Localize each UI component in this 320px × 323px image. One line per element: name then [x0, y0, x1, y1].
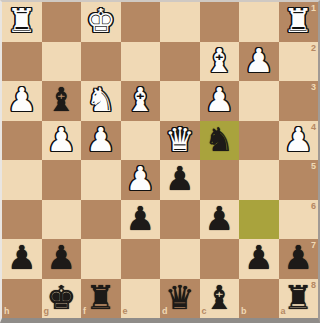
square-d4[interactable]: ♛	[160, 121, 200, 161]
rank-label-5: 5	[311, 162, 316, 171]
square-h1[interactable]: ♜	[2, 2, 42, 42]
square-c1[interactable]	[200, 2, 240, 42]
rank-label-2: 2	[311, 44, 316, 53]
square-f3[interactable]: ♞	[81, 81, 121, 121]
square-g5[interactable]	[42, 160, 82, 200]
square-d2[interactable]	[160, 42, 200, 82]
square-h7[interactable]: ♟	[2, 239, 42, 279]
square-e3[interactable]: ♝	[121, 81, 161, 121]
square-c2[interactable]: ♝	[200, 42, 240, 82]
square-b7[interactable]: ♟	[239, 239, 279, 279]
black-knight[interactable]: ♞	[204, 121, 234, 160]
square-g1[interactable]	[42, 2, 82, 42]
white-pawn[interactable]: ♟	[204, 81, 234, 120]
black-pawn[interactable]: ♟	[7, 239, 37, 278]
square-c4[interactable]: ♞	[200, 121, 240, 161]
square-a2[interactable]: 2	[279, 42, 319, 82]
chess-board: ♜♚1♜♝♟2♟♝♞♝♟3♟♟♛♞4♟♟♟5♟♟6♟♟♟7♟hg♚f♜ed♛c♝…	[2, 2, 318, 318]
square-d1[interactable]	[160, 2, 200, 42]
black-rook[interactable]: ♜	[283, 279, 313, 318]
square-h8[interactable]: h	[2, 279, 42, 319]
square-h3[interactable]: ♟	[2, 81, 42, 121]
square-a4[interactable]: 4♟	[279, 121, 319, 161]
black-bishop[interactable]: ♝	[204, 279, 234, 318]
square-e8[interactable]: e	[121, 279, 161, 319]
square-g8[interactable]: g♚	[42, 279, 82, 319]
square-f8[interactable]: f♜	[81, 279, 121, 319]
white-king[interactable]: ♚	[86, 2, 116, 41]
rank-label-3: 3	[311, 83, 316, 92]
square-d7[interactable]	[160, 239, 200, 279]
square-f2[interactable]	[81, 42, 121, 82]
square-b2[interactable]: ♟	[239, 42, 279, 82]
square-b6[interactable]	[239, 200, 279, 240]
square-d5[interactable]: ♟	[160, 160, 200, 200]
square-b8[interactable]: b	[239, 279, 279, 319]
square-b5[interactable]	[239, 160, 279, 200]
square-e6[interactable]: ♟	[121, 200, 161, 240]
white-bishop[interactable]: ♝	[125, 81, 155, 120]
white-knight[interactable]: ♞	[86, 81, 116, 120]
white-bishop[interactable]: ♝	[204, 42, 234, 81]
square-h6[interactable]	[2, 200, 42, 240]
square-g7[interactable]: ♟	[42, 239, 82, 279]
square-g6[interactable]	[42, 200, 82, 240]
black-pawn[interactable]: ♟	[204, 200, 234, 239]
square-h2[interactable]	[2, 42, 42, 82]
white-pawn[interactable]: ♟	[283, 121, 313, 160]
white-pawn[interactable]: ♟	[7, 81, 37, 120]
square-e2[interactable]	[121, 42, 161, 82]
square-d3[interactable]	[160, 81, 200, 121]
square-a8[interactable]: 8a♜	[279, 279, 319, 319]
square-d6[interactable]	[160, 200, 200, 240]
black-king[interactable]: ♚	[46, 279, 76, 318]
square-d8[interactable]: d♛	[160, 279, 200, 319]
square-h5[interactable]	[2, 160, 42, 200]
square-a6[interactable]: 6	[279, 200, 319, 240]
square-b4[interactable]	[239, 121, 279, 161]
black-pawn[interactable]: ♟	[283, 239, 313, 278]
square-h4[interactable]	[2, 121, 42, 161]
white-pawn[interactable]: ♟	[46, 121, 76, 160]
square-b1[interactable]	[239, 2, 279, 42]
white-pawn[interactable]: ♟	[125, 160, 155, 199]
square-c5[interactable]	[200, 160, 240, 200]
square-c3[interactable]: ♟	[200, 81, 240, 121]
black-queen[interactable]: ♛	[165, 279, 195, 318]
square-g3[interactable]: ♝	[42, 81, 82, 121]
white-queen[interactable]: ♛	[165, 121, 195, 160]
square-c6[interactable]: ♟	[200, 200, 240, 240]
white-rook[interactable]: ♜	[283, 2, 313, 41]
white-pawn[interactable]: ♟	[244, 42, 274, 81]
square-e1[interactable]	[121, 2, 161, 42]
square-f7[interactable]	[81, 239, 121, 279]
square-c8[interactable]: c♝	[200, 279, 240, 319]
white-rook[interactable]: ♜	[7, 2, 37, 41]
black-pawn[interactable]: ♟	[244, 239, 274, 278]
black-rook[interactable]: ♜	[86, 279, 116, 318]
file-label-h: h	[4, 307, 10, 316]
square-b3[interactable]	[239, 81, 279, 121]
square-a7[interactable]: 7♟	[279, 239, 319, 279]
square-e7[interactable]	[121, 239, 161, 279]
file-label-e: e	[123, 307, 128, 316]
square-e5[interactable]: ♟	[121, 160, 161, 200]
black-pawn[interactable]: ♟	[46, 239, 76, 278]
rank-label-6: 6	[311, 202, 316, 211]
square-f6[interactable]	[81, 200, 121, 240]
square-a3[interactable]: 3	[279, 81, 319, 121]
black-bishop[interactable]: ♝	[46, 81, 76, 120]
square-c7[interactable]	[200, 239, 240, 279]
white-pawn[interactable]: ♟	[86, 121, 116, 160]
square-a1[interactable]: 1♜	[279, 2, 319, 42]
square-g2[interactable]	[42, 42, 82, 82]
square-e4[interactable]	[121, 121, 161, 161]
chess-board-frame: ♜♚1♜♝♟2♟♝♞♝♟3♟♟♛♞4♟♟♟5♟♟6♟♟♟7♟hg♚f♜ed♛c♝…	[0, 0, 320, 323]
black-pawn[interactable]: ♟	[165, 160, 195, 199]
file-label-b: b	[241, 307, 247, 316]
square-f4[interactable]: ♟	[81, 121, 121, 161]
square-f1[interactable]: ♚	[81, 2, 121, 42]
square-a5[interactable]: 5	[279, 160, 319, 200]
square-g4[interactable]: ♟	[42, 121, 82, 161]
square-f5[interactable]	[81, 160, 121, 200]
black-pawn[interactable]: ♟	[125, 200, 155, 239]
